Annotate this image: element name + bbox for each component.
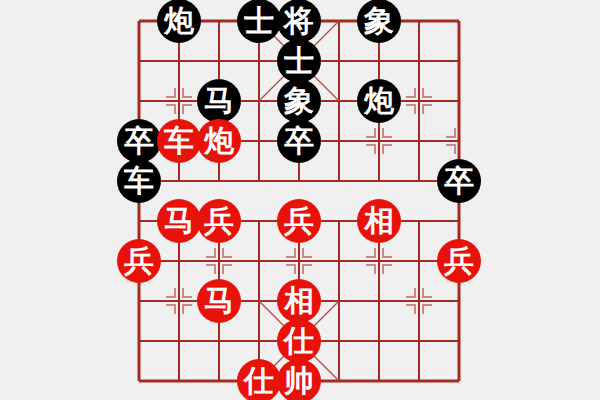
piece-red-elephant[interactable]: 相 — [357, 199, 401, 243]
piece-red-advisor[interactable]: 仕 — [277, 319, 321, 363]
point-marker — [406, 105, 415, 114]
point-marker — [183, 305, 192, 314]
piece-red-advisor[interactable]: 仕 — [237, 359, 281, 400]
point-marker — [423, 105, 432, 114]
piece-black-cannon[interactable]: 炮 — [157, 0, 201, 43]
point-marker — [286, 248, 295, 257]
piece-red-soldier[interactable]: 兵 — [277, 199, 321, 243]
piece-black-chariot[interactable]: 车 — [117, 159, 161, 203]
point-marker — [406, 288, 415, 297]
piece-black-elephant[interactable]: 象 — [357, 0, 401, 43]
point-marker — [406, 88, 415, 97]
point-marker — [383, 265, 392, 274]
point-marker — [286, 265, 295, 274]
piece-black-elephant[interactable]: 象 — [277, 79, 321, 123]
piece-red-soldier[interactable]: 兵 — [437, 239, 481, 283]
piece-black-horse[interactable]: 马 — [197, 79, 241, 123]
piece-black-general[interactable]: 将 — [277, 0, 321, 43]
piece-black-soldier[interactable]: 卒 — [277, 119, 321, 163]
piece-red-general[interactable]: 帅 — [277, 359, 321, 400]
piece-red-chariot[interactable]: 车 — [157, 119, 201, 163]
piece-red-soldier[interactable]: 兵 — [117, 239, 161, 283]
point-marker — [303, 248, 312, 257]
piece-red-horse[interactable]: 马 — [157, 199, 201, 243]
point-marker — [166, 305, 175, 314]
point-marker — [166, 105, 175, 114]
point-marker — [446, 128, 455, 137]
piece-red-elephant[interactable]: 相 — [277, 279, 321, 323]
point-marker — [383, 145, 392, 154]
point-marker — [183, 105, 192, 114]
point-marker — [206, 265, 215, 274]
point-marker — [183, 88, 192, 97]
piece-red-cannon[interactable]: 炮 — [197, 119, 241, 163]
piece-black-soldier[interactable]: 卒 — [117, 119, 161, 163]
point-marker — [423, 288, 432, 297]
point-marker — [423, 88, 432, 97]
point-marker — [183, 288, 192, 297]
point-marker — [423, 305, 432, 314]
point-marker — [303, 265, 312, 274]
point-marker — [223, 265, 232, 274]
point-marker — [166, 288, 175, 297]
point-marker — [206, 248, 215, 257]
piece-red-horse[interactable]: 马 — [197, 279, 241, 323]
point-marker — [446, 145, 455, 154]
point-marker — [366, 128, 375, 137]
point-marker — [166, 88, 175, 97]
point-marker — [383, 248, 392, 257]
point-marker — [383, 128, 392, 137]
piece-black-advisor[interactable]: 士 — [237, 0, 281, 43]
point-marker — [366, 248, 375, 257]
piece-black-soldier[interactable]: 卒 — [437, 159, 481, 203]
piece-red-soldier[interactable]: 兵 — [197, 199, 241, 243]
piece-black-cannon[interactable]: 炮 — [357, 79, 401, 123]
point-marker — [366, 265, 375, 274]
point-marker — [366, 145, 375, 154]
xiangqi-board: 炮士将象士马象炮卒卒车卒车炮马兵兵相兵兵马相仕仕帅 — [0, 0, 600, 400]
point-marker — [406, 305, 415, 314]
piece-black-advisor[interactable]: 士 — [277, 39, 321, 83]
point-marker — [223, 248, 232, 257]
